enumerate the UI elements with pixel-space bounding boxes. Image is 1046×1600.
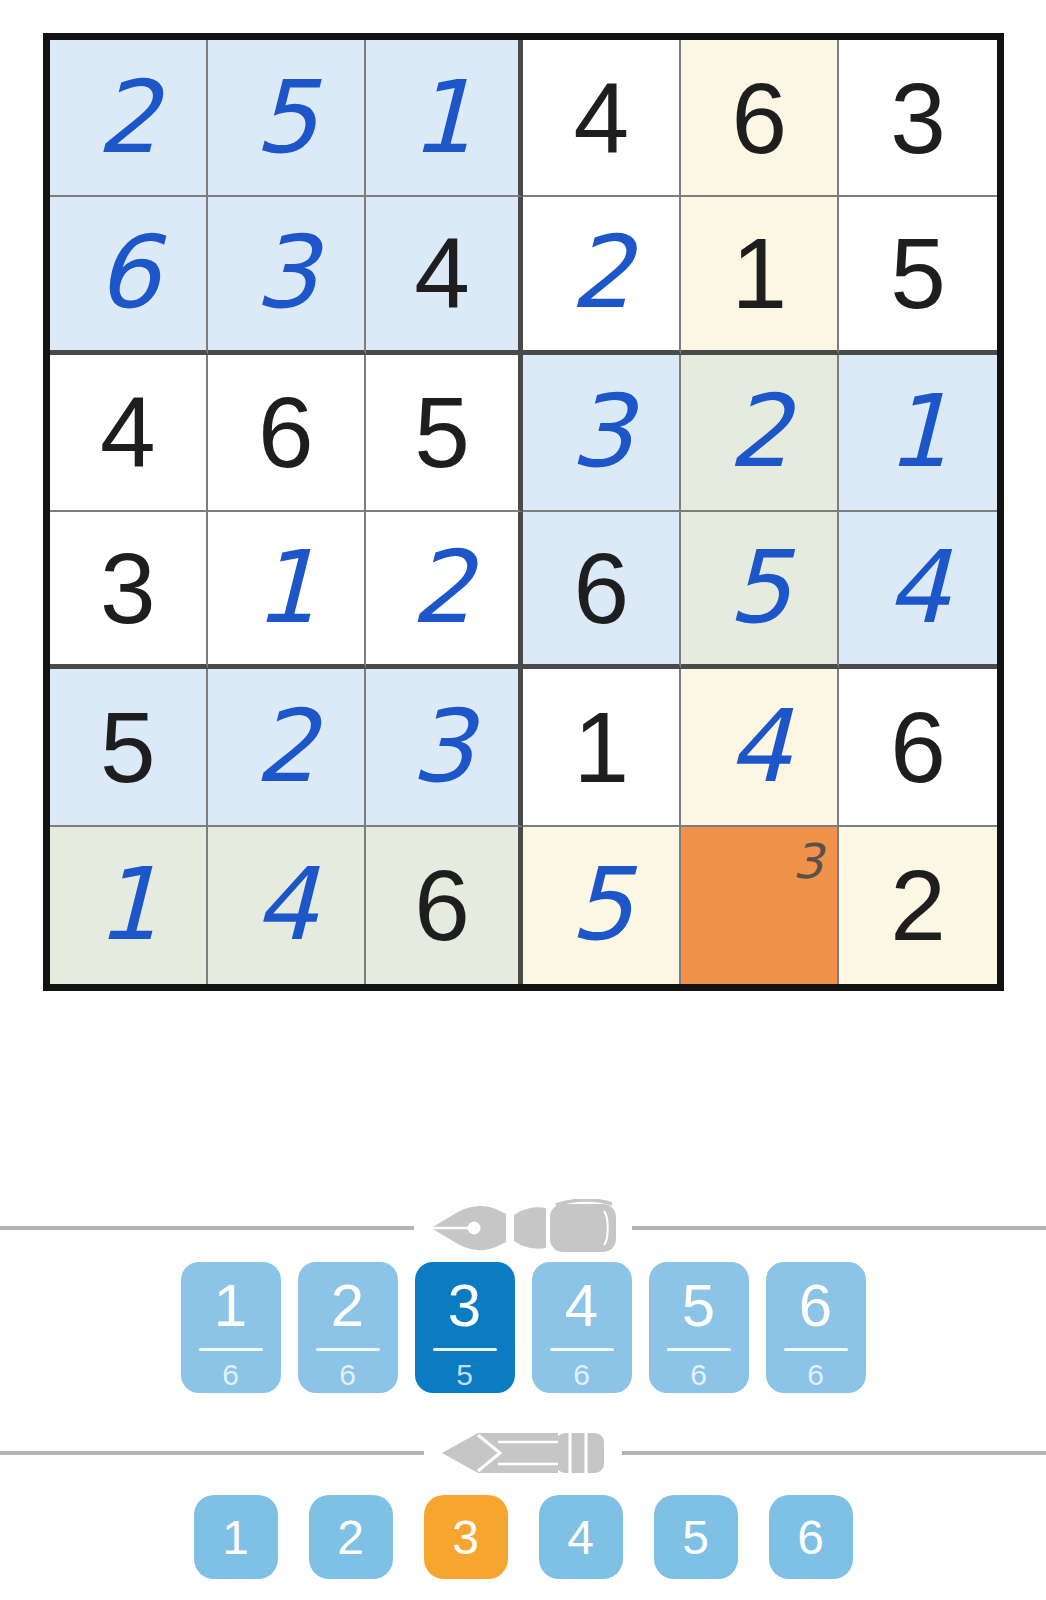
entered-digit: 2	[570, 223, 634, 323]
given-digit: 5	[414, 382, 470, 482]
entered-digit: 4	[254, 855, 318, 955]
cell-r3c6[interactable]: 1	[839, 355, 997, 512]
given-digit: 6	[890, 697, 946, 797]
entered-digit: 2	[727, 382, 791, 482]
entered-digit: 1	[96, 855, 160, 955]
pencil-button-1[interactable]: 1	[194, 1495, 278, 1579]
cell-r5c1[interactable]: 5	[50, 669, 208, 826]
entered-digit: 4	[886, 538, 950, 638]
pen-button-divider	[316, 1348, 380, 1351]
cell-r1c3[interactable]: 1	[366, 40, 524, 197]
separator-line-right	[632, 1226, 1046, 1230]
cell-r1c2[interactable]: 5	[208, 40, 366, 197]
pen-button-4[interactable]: 46	[532, 1262, 632, 1393]
entered-digit: 2	[96, 68, 160, 168]
cell-r4c5[interactable]: 5	[681, 512, 839, 669]
given-digit: 4	[100, 382, 156, 482]
pencil-button-3[interactable]: 3	[424, 1495, 508, 1579]
cell-r5c2[interactable]: 2	[208, 669, 366, 826]
separator-line-left	[0, 1451, 424, 1455]
given-digit: 1	[574, 697, 630, 797]
sudoku-board: 251463634215465321312654523146146532	[43, 33, 1004, 991]
entered-digit: 5	[727, 538, 791, 638]
cell-r4c2[interactable]: 1	[208, 512, 366, 669]
pen-button-count: 5	[456, 1358, 473, 1392]
pencil-separator	[0, 1424, 1046, 1482]
entered-digit: 1	[254, 538, 318, 638]
given-digit: 6	[731, 68, 787, 168]
given-digit: 3	[890, 68, 946, 168]
entered-digit: 2	[254, 697, 318, 797]
pen-button-number: 2	[331, 1268, 364, 1343]
given-digit: 3	[100, 538, 156, 638]
cell-r5c4[interactable]: 1	[523, 669, 681, 826]
pen-button-number: 5	[682, 1268, 715, 1343]
given-digit: 5	[890, 223, 946, 323]
pencil-mark: 3	[793, 837, 824, 885]
separator-line-left	[0, 1226, 414, 1230]
entered-digit: 3	[254, 223, 318, 323]
entered-digit: 1	[886, 382, 950, 482]
entered-digit: 5	[254, 68, 318, 168]
pen-button-divider	[433, 1348, 497, 1351]
cell-r2c3[interactable]: 4	[366, 197, 524, 354]
pencil-button-4[interactable]: 4	[539, 1495, 623, 1579]
pen-button-3[interactable]: 35	[415, 1262, 515, 1393]
pencil-number-pad: 123456	[0, 1495, 1046, 1579]
given-digit: 5	[100, 697, 156, 797]
cell-r6c1[interactable]: 1	[50, 827, 208, 984]
given-digit: 2	[890, 855, 946, 955]
cell-r1c4[interactable]: 4	[523, 40, 681, 197]
cell-r4c6[interactable]: 4	[839, 512, 997, 669]
cell-r5c5[interactable]: 4	[681, 669, 839, 826]
pen-button-count: 6	[222, 1358, 239, 1392]
cell-r6c5-selected[interactable]: 3	[681, 827, 839, 984]
cell-r4c3[interactable]: 2	[366, 512, 524, 669]
cell-r5c3[interactable]: 3	[366, 669, 524, 826]
cell-r6c2[interactable]: 4	[208, 827, 366, 984]
pen-button-divider	[667, 1348, 731, 1351]
pen-button-number: 3	[448, 1268, 481, 1343]
cell-r1c1[interactable]: 2	[50, 40, 208, 197]
entered-digit: 6	[96, 223, 160, 323]
pen-button-divider	[550, 1348, 614, 1351]
entered-digit: 3	[570, 382, 634, 482]
entered-digit: 4	[727, 697, 791, 797]
pen-button-1[interactable]: 16	[181, 1262, 281, 1393]
cell-r3c2[interactable]: 6	[208, 355, 366, 512]
pen-button-count: 6	[690, 1358, 707, 1392]
pen-button-6[interactable]: 66	[766, 1262, 866, 1393]
pen-button-count: 6	[339, 1358, 356, 1392]
entered-digit: 1	[410, 68, 474, 168]
pencil-icon	[438, 1430, 608, 1476]
pen-button-5[interactable]: 56	[649, 1262, 749, 1393]
pencil-button-2[interactable]: 2	[309, 1495, 393, 1579]
pen-button-count: 6	[573, 1358, 590, 1392]
cell-r2c2[interactable]: 3	[208, 197, 366, 354]
cell-r5c6[interactable]: 6	[839, 669, 997, 826]
pen-number-pad: 162635465666	[0, 1262, 1046, 1393]
given-digit: 6	[414, 855, 470, 955]
given-digit: 1	[731, 223, 787, 323]
cell-r3c1[interactable]: 4	[50, 355, 208, 512]
given-digit: 6	[574, 538, 630, 638]
cell-r1c5[interactable]: 6	[681, 40, 839, 197]
given-digit: 6	[258, 382, 314, 482]
pencil-button-6[interactable]: 6	[769, 1495, 853, 1579]
pen-button-divider	[199, 1348, 263, 1351]
fountain-pen-icon	[428, 1199, 618, 1257]
cell-r1c6[interactable]: 3	[839, 40, 997, 197]
given-digit: 4	[414, 223, 470, 323]
cell-r3c3[interactable]: 5	[366, 355, 524, 512]
cell-r2c1[interactable]: 6	[50, 197, 208, 354]
cell-r4c1[interactable]: 3	[50, 512, 208, 669]
entered-digit: 2	[410, 538, 474, 638]
pen-button-number: 4	[565, 1268, 598, 1343]
cell-r2c5[interactable]: 1	[681, 197, 839, 354]
entered-digit: 5	[570, 855, 634, 955]
pen-button-2[interactable]: 26	[298, 1262, 398, 1393]
given-digit: 4	[574, 68, 630, 168]
pen-button-divider	[784, 1348, 848, 1351]
cell-r3c5[interactable]: 2	[681, 355, 839, 512]
pen-separator	[0, 1198, 1046, 1258]
cell-r6c6[interactable]: 2	[839, 827, 997, 984]
pen-button-number: 6	[799, 1268, 832, 1343]
separator-line-right	[622, 1451, 1046, 1455]
pen-button-count: 6	[807, 1358, 824, 1392]
cell-r2c6[interactable]: 5	[839, 197, 997, 354]
cell-r6c3[interactable]: 6	[366, 827, 524, 984]
cell-r6c4[interactable]: 5	[523, 827, 681, 984]
cell-r2c4[interactable]: 2	[523, 197, 681, 354]
entered-digit: 3	[410, 697, 474, 797]
pen-button-number: 1	[214, 1268, 247, 1343]
pencil-button-5[interactable]: 5	[654, 1495, 738, 1579]
cell-r4c4[interactable]: 6	[523, 512, 681, 669]
cell-r3c4[interactable]: 3	[523, 355, 681, 512]
